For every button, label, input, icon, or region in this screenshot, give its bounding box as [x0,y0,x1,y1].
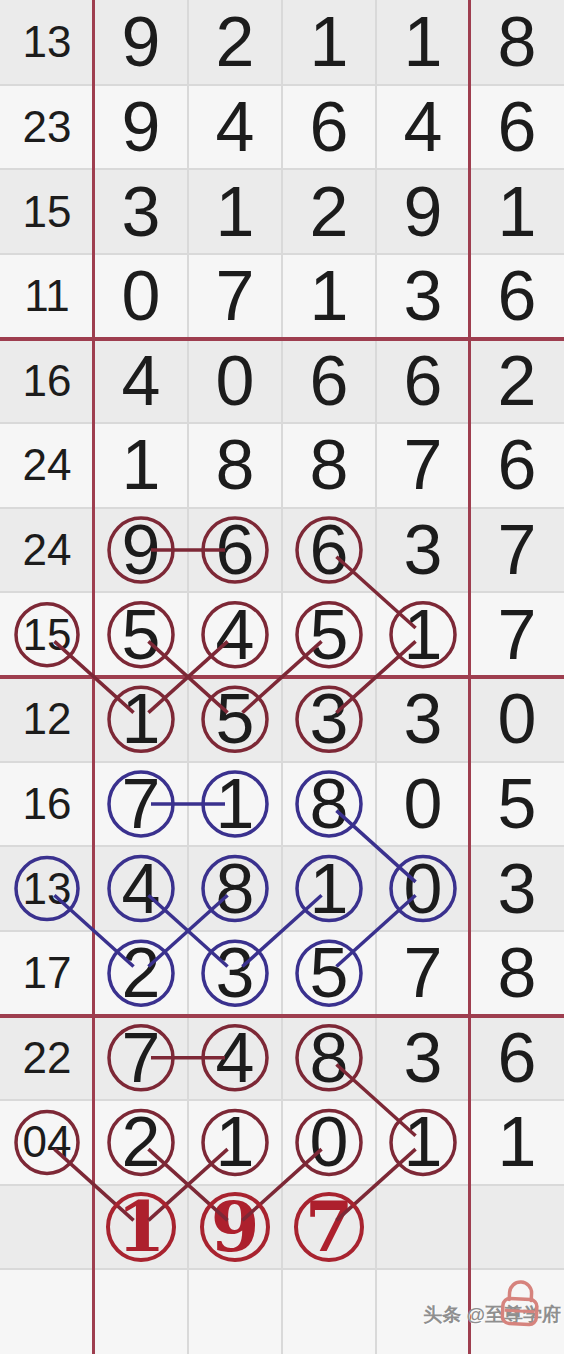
cell-r5c2: 0 [188,339,282,424]
cell-r3c1: 3 [94,169,188,254]
cell-r1c2: 2 [188,0,282,85]
board-row-13: 2274836 [0,1016,564,1101]
cell-r8c5: 7 [470,592,564,677]
lock-icon [491,1275,550,1334]
board-row-12: 1723578 [0,931,564,1016]
cell-r8c1: 5 [94,592,188,677]
row-label-6: 24 [0,423,94,508]
cell-r7c3: 6 [282,508,376,593]
cell-r16c2 [188,1269,282,1354]
cell-r6c5: 6 [470,423,564,508]
cell-r5c1: 4 [94,339,188,424]
cell-r6c1: 1 [94,423,188,508]
board-row-11: 1348103 [0,846,564,931]
row-label-10: 16 [0,762,94,847]
cell-r13c1: 7 [94,1016,188,1101]
cell-r4c3: 1 [282,254,376,339]
board-row-15: 197 [0,1185,564,1270]
cell-r3c3: 2 [282,169,376,254]
row-label-12: 17 [0,931,94,1016]
lottery-trend-board: 1392118239464615312911107136164066224188… [0,0,564,1354]
cell-r5c4: 6 [376,339,470,424]
cell-r9c3: 3 [282,677,376,762]
cell-r10c2: 1 [188,762,282,847]
cell-r11c4: 0 [376,846,470,931]
cell-r9c1: 1 [94,677,188,762]
row-label-5: 16 [0,339,94,424]
row-label-4: 11 [0,254,94,339]
board-row-14: 0421011 [0,1100,564,1185]
cell-r4c4: 3 [376,254,470,339]
cell-r12c5: 8 [470,931,564,1016]
row-label-1: 13 [0,0,94,85]
cell-r10c4: 0 [376,762,470,847]
cell-r4c2: 7 [188,254,282,339]
cell-r14c2: 1 [188,1100,282,1185]
cell-r9c2: 5 [188,677,282,762]
cell-r1c4: 1 [376,0,470,85]
row-label-14: 04 [0,1100,94,1185]
cell-r13c2: 4 [188,1016,282,1101]
row-label-13: 22 [0,1016,94,1101]
cell-r8c4: 1 [376,592,470,677]
board-row-9: 1215330 [0,677,564,762]
cell-r16c3 [282,1269,376,1354]
cell-r1c5: 8 [470,0,564,85]
cell-r2c1: 9 [94,85,188,170]
cell-r9c5: 0 [470,677,564,762]
cell-r13c4: 3 [376,1016,470,1101]
board-row-10: 1671805 [0,762,564,847]
cell-r8c3: 5 [282,592,376,677]
cell-r11c3: 1 [282,846,376,931]
board-row-8: 1554517 [0,592,564,677]
cell-r10c3: 8 [282,762,376,847]
row-label-15 [0,1185,94,1270]
cell-r2c2: 4 [188,85,282,170]
cell-r12c4: 7 [376,931,470,1016]
cell-r16c1 [94,1269,188,1354]
cell-r2c3: 6 [282,85,376,170]
cell-r14c3: 0 [282,1100,376,1185]
cell-r5c3: 6 [282,339,376,424]
cell-r3c2: 1 [188,169,282,254]
cell-r15c4 [376,1185,470,1270]
board-row-1: 1392118 [0,0,564,85]
cell-r15c3: 7 [282,1185,376,1270]
cell-r15c5 [470,1185,564,1270]
board-row-3: 1531291 [0,169,564,254]
row-label-11: 13 [0,846,94,931]
board-row-6: 2418876 [0,423,564,508]
cell-r7c5: 7 [470,508,564,593]
cell-r12c3: 5 [282,931,376,1016]
cell-r1c3: 1 [282,0,376,85]
cell-r7c2: 6 [188,508,282,593]
cell-r4c1: 0 [94,254,188,339]
cell-r2c5: 6 [470,85,564,170]
cell-r6c2: 8 [188,423,282,508]
cell-r10c5: 5 [470,762,564,847]
row-label-8: 15 [0,592,94,677]
row-label-2: 23 [0,85,94,170]
cell-r12c1: 2 [94,931,188,1016]
cell-r8c2: 4 [188,592,282,677]
cell-r11c2: 8 [188,846,282,931]
cell-r13c5: 6 [470,1016,564,1101]
board-row-4: 1107136 [0,254,564,339]
row-label-3: 15 [0,169,94,254]
cell-r11c1: 4 [94,846,188,931]
board-row-2: 2394646 [0,85,564,170]
cell-r9c4: 3 [376,677,470,762]
cell-r14c5: 1 [470,1100,564,1185]
cell-r15c2: 9 [188,1185,282,1270]
cell-r4c5: 6 [470,254,564,339]
cell-r10c1: 7 [94,762,188,847]
row-label-16 [0,1269,94,1354]
cell-r6c4: 7 [376,423,470,508]
cell-r7c4: 3 [376,508,470,593]
cell-r12c2: 3 [188,931,282,1016]
row-label-7: 24 [0,508,94,593]
cell-r6c3: 8 [282,423,376,508]
board-row-5: 1640662 [0,339,564,424]
row-label-9: 12 [0,677,94,762]
cell-r1c1: 9 [94,0,188,85]
cell-r7c1: 9 [94,508,188,593]
cell-r3c4: 9 [376,169,470,254]
cell-r5c5: 2 [470,339,564,424]
cell-r11c5: 3 [470,846,564,931]
cell-r13c3: 8 [282,1016,376,1101]
cell-r14c1: 2 [94,1100,188,1185]
cell-r14c4: 1 [376,1100,470,1185]
cell-r2c4: 4 [376,85,470,170]
cell-r15c1: 1 [94,1185,188,1270]
board-row-7: 2496637 [0,508,564,593]
cell-r3c5: 1 [470,169,564,254]
